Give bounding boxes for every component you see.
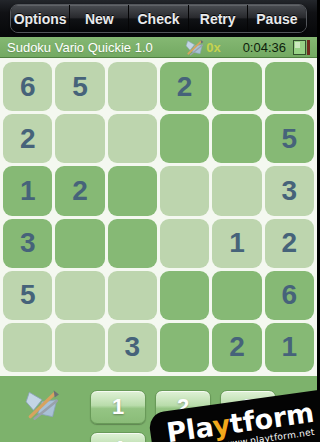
- cell-r3c2[interactable]: 2: [55, 166, 104, 215]
- toolbar-button-group: Options New Check Retry Pause: [10, 4, 307, 33]
- toolbar-button-retry[interactable]: Retry: [188, 5, 247, 32]
- toolbar-button-pause[interactable]: Pause: [247, 5, 306, 32]
- cell-r1c2[interactable]: 5: [55, 62, 104, 111]
- cell-r1c5[interactable]: [212, 62, 261, 111]
- cell-r2c4[interactable]: [160, 114, 209, 163]
- timer: 0:04:36: [243, 40, 286, 55]
- keypad-button-4[interactable]: 4: [90, 432, 146, 442]
- cell-r6c1[interactable]: [3, 323, 52, 372]
- cell-r1c4[interactable]: 2: [160, 62, 209, 111]
- cell-r5c5[interactable]: [212, 271, 261, 320]
- app-window: Options New Check Retry Pause Sudoku Var…: [0, 0, 317, 442]
- cell-r2c5[interactable]: [212, 114, 261, 163]
- cell-r3c1[interactable]: 1: [3, 166, 52, 215]
- cell-r3c6[interactable]: 3: [265, 166, 314, 215]
- cell-r6c2[interactable]: [55, 323, 104, 372]
- cell-r2c2[interactable]: [55, 114, 104, 163]
- hints-count: 0x: [206, 40, 220, 55]
- cell-r3c3[interactable]: [108, 166, 157, 215]
- cell-r4c2[interactable]: [55, 219, 104, 268]
- cell-r4c6[interactable]: 2: [265, 219, 314, 268]
- cell-r4c5[interactable]: 1: [212, 219, 261, 268]
- cell-r6c5[interactable]: 2: [212, 323, 261, 372]
- toolbar-button-check[interactable]: Check: [128, 5, 187, 32]
- keypad-button-1[interactable]: 1: [90, 390, 146, 424]
- cell-r2c1[interactable]: 2: [3, 114, 52, 163]
- cell-r3c4[interactable]: [160, 166, 209, 215]
- status-bar: Sudoku Vario Quickie 1.0 0x 0:04:36: [0, 37, 317, 58]
- cell-r6c3[interactable]: 3: [108, 323, 157, 372]
- cell-r4c3[interactable]: [108, 219, 157, 268]
- cell-r5c1[interactable]: 5: [3, 271, 52, 320]
- cell-r5c3[interactable]: [108, 271, 157, 320]
- cell-r5c6[interactable]: 6: [265, 271, 314, 320]
- toolbar-button-new[interactable]: New: [69, 5, 128, 32]
- app-title: Sudoku Vario Quickie 1.0: [7, 40, 153, 55]
- cell-r6c4[interactable]: [160, 323, 209, 372]
- butterfly-pencil-icon[interactable]: [24, 389, 60, 425]
- cell-r1c1[interactable]: 6: [3, 62, 52, 111]
- cell-r1c3[interactable]: [108, 62, 157, 111]
- board: 6522512331256321: [0, 58, 317, 376]
- cell-r1c6[interactable]: [265, 62, 314, 111]
- butterfly-pencil-icon: [185, 39, 204, 56]
- cell-r5c4[interactable]: [160, 271, 209, 320]
- cell-r2c3[interactable]: [108, 114, 157, 163]
- battery-icon: [293, 40, 310, 55]
- cell-r6c6[interactable]: 1: [265, 323, 314, 372]
- toolbar-button-options[interactable]: Options: [11, 5, 69, 32]
- cell-r2c6[interactable]: 5: [265, 114, 314, 163]
- toolbar: Options New Check Retry Pause: [0, 0, 317, 37]
- cell-r4c4[interactable]: [160, 219, 209, 268]
- cell-r4c1[interactable]: 3: [3, 219, 52, 268]
- cell-r5c2[interactable]: [55, 271, 104, 320]
- cell-r3c5[interactable]: [212, 166, 261, 215]
